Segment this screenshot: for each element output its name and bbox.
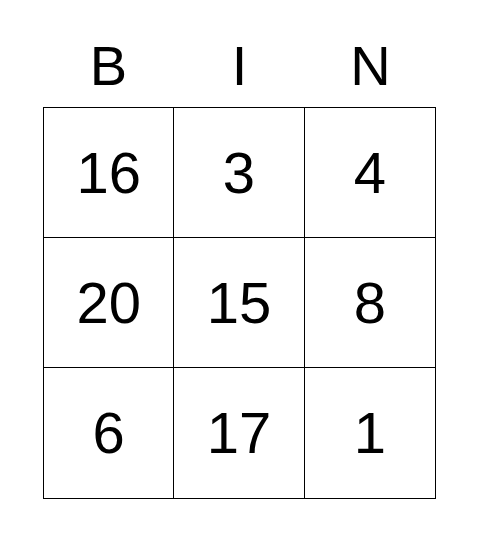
bingo-cell-r1c1[interactable]: 16 (44, 108, 174, 238)
bingo-board: 16 3 4 20 15 8 6 17 1 (43, 107, 436, 499)
bingo-cell-r3c1[interactable]: 6 (44, 368, 174, 498)
column-header-i: I (174, 38, 305, 100)
bingo-cell-r2c2[interactable]: 15 (174, 238, 304, 368)
bingo-cell-r2c3[interactable]: 8 (305, 238, 435, 368)
bingo-cell-r2c1[interactable]: 20 (44, 238, 174, 368)
bingo-cell-r1c3[interactable]: 4 (305, 108, 435, 238)
bingo-cell-r1c2[interactable]: 3 (174, 108, 304, 238)
bingo-cell-r3c3[interactable]: 1 (305, 368, 435, 498)
column-headers: B I N (43, 38, 436, 100)
column-header-b: B (43, 38, 174, 100)
column-header-n: N (305, 38, 436, 100)
bingo-cell-r3c2[interactable]: 17 (174, 368, 304, 498)
